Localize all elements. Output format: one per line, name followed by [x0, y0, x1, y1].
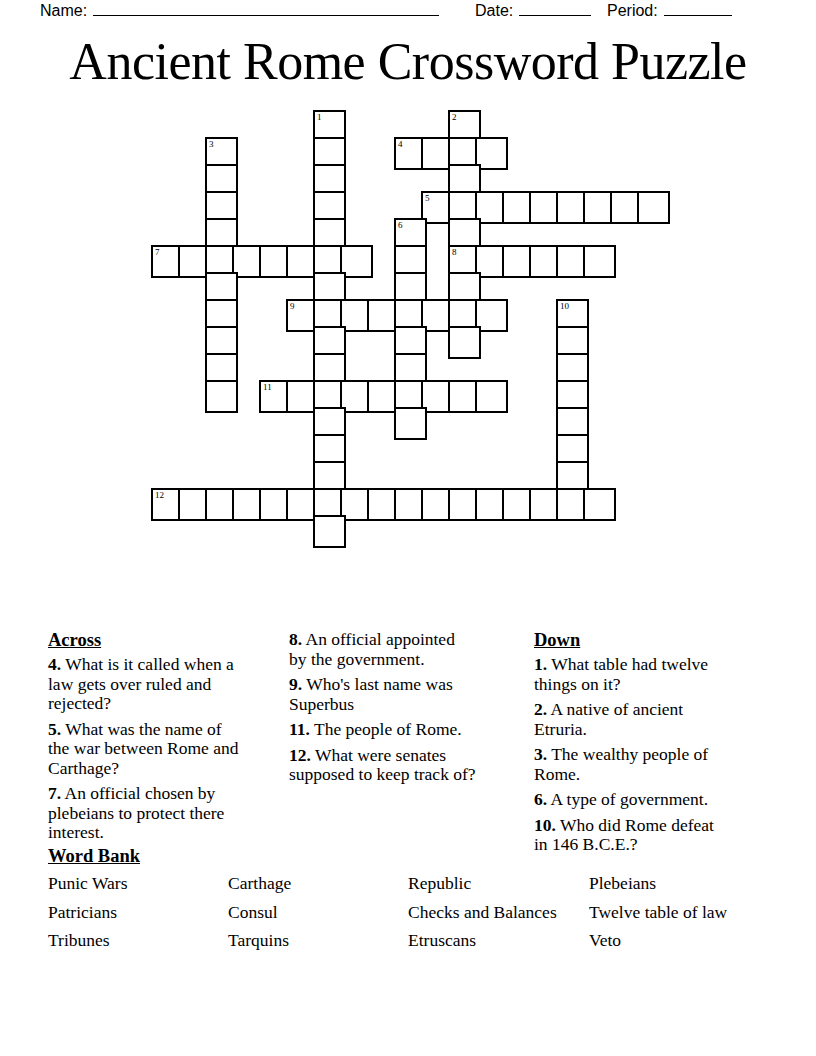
- grid-cell-r3c18[interactable]: [637, 191, 670, 224]
- word-bank-word: Patricians: [48, 903, 228, 923]
- clue-across-9: 9. Who's last name wasSuperbus: [289, 675, 529, 714]
- word-bank-word: Tribunes: [48, 931, 228, 951]
- date-field: Date:: [475, 1, 591, 20]
- date-label: Date:: [475, 2, 513, 19]
- clue-number-9: 9: [290, 301, 295, 311]
- clue-down-3: 3. The wealthy people ofRome.: [534, 745, 778, 784]
- down-clues-list: 1. What table had twelvethings on it?2. …: [534, 655, 778, 855]
- word-bank-word: Etruscans: [408, 931, 589, 951]
- word-bank-word: Tarquins: [228, 931, 408, 951]
- across-clues-column-2: 8. An official appointedby the governmen…: [289, 630, 529, 791]
- name-label: Name:: [40, 2, 87, 19]
- clue-number-10: 10: [560, 301, 569, 311]
- clue-across-5: 5. What was the name ofthe war between R…: [48, 720, 285, 779]
- clue-down-6: 6. A type of government.: [534, 790, 778, 810]
- word-bank-list: Punic WarsCarthageRepublicPlebeiansPatri…: [48, 874, 778, 951]
- grid-cell-r8c11[interactable]: [448, 326, 481, 359]
- grid-cell-r15c6[interactable]: [313, 515, 346, 548]
- down-clues-column: Down 1. What table had twelvethings on i…: [534, 630, 778, 861]
- word-bank-word: Veto: [589, 931, 778, 951]
- crossword-grid: 123456789101112: [151, 110, 666, 544]
- word-bank-word: Carthage: [228, 874, 408, 894]
- grid-cell-r10c2[interactable]: [205, 380, 238, 413]
- word-bank-word: Plebeians: [589, 874, 778, 894]
- name-blank-line[interactable]: [93, 1, 439, 16]
- period-label: Period:: [607, 2, 658, 19]
- date-blank-line[interactable]: [519, 1, 591, 16]
- clue-across-7: 7. An official chosen byplebeians to pro…: [48, 784, 285, 843]
- clue-number-7: 7: [155, 247, 160, 257]
- word-bank-section: Word Bank Punic WarsCarthageRepublicPleb…: [48, 846, 778, 951]
- word-bank-word: Punic Wars: [48, 874, 228, 894]
- grid-cell-r5c16[interactable]: [583, 245, 616, 278]
- across-clues-column-1: Across 4. What is it called when alaw ge…: [48, 630, 285, 849]
- period-blank-line[interactable]: [664, 1, 732, 16]
- grid-cell-r10c12[interactable]: [475, 380, 508, 413]
- across-clues-list-2: 8. An official appointedby the governmen…: [289, 630, 529, 785]
- word-bank-word: Checks and Balances: [408, 903, 589, 923]
- clue-number-4: 4: [398, 139, 403, 149]
- clue-number-3: 3: [209, 139, 214, 149]
- across-heading: Across: [48, 630, 285, 650]
- clue-across-4: 4. What is it called when alaw gets over…: [48, 655, 285, 714]
- period-field: Period:: [607, 1, 732, 20]
- word-bank-heading: Word Bank: [48, 846, 778, 866]
- word-bank-word: Republic: [408, 874, 589, 894]
- clue-across-12: 12. What were senatessupposed to keep tr…: [289, 746, 529, 785]
- clue-number-6: 6: [398, 220, 403, 230]
- clue-across-8: 8. An official appointedby the governmen…: [289, 630, 529, 669]
- grid-cell-r11c9[interactable]: [394, 407, 427, 440]
- clue-number-11: 11: [263, 382, 272, 392]
- word-bank-word: Consul: [228, 903, 408, 923]
- page-title: Ancient Rome Crossword Puzzle: [0, 36, 816, 88]
- clue-number-12: 12: [155, 490, 164, 500]
- grid-cell-r14c16[interactable]: [583, 488, 616, 521]
- word-bank-word: Twelve table of law: [589, 903, 778, 923]
- clue-number-1: 1: [317, 112, 322, 122]
- clue-across-11: 11. The people of Rome.: [289, 720, 529, 740]
- name-field: Name:: [40, 1, 439, 20]
- clue-number-5: 5: [425, 193, 430, 203]
- down-heading: Down: [534, 630, 778, 650]
- clue-down-2: 2. A native of ancientEtruria.: [534, 700, 778, 739]
- across-clues-list-1: 4. What is it called when alaw gets over…: [48, 655, 285, 843]
- clue-down-1: 1. What table had twelvethings on it?: [534, 655, 778, 694]
- clue-number-2: 2: [452, 112, 457, 122]
- clue-number-8: 8: [452, 247, 457, 257]
